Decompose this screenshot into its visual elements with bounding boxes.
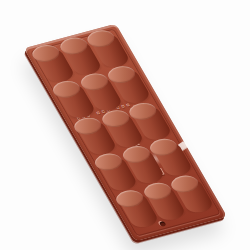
silicone-mold: ▫▫▫ ▫▫▫ ▫▫▫ (24, 24, 227, 241)
product-photo-canvas: ▫▫▫ ▫▫▫ ▫▫▫ (0, 0, 250, 250)
mold-cavity-grid (32, 30, 219, 233)
